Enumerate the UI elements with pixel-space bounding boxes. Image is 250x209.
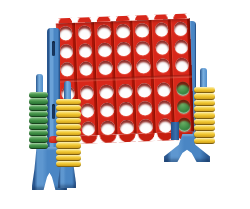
cell-r4c5[interactable]	[138, 83, 152, 97]
yellow-ring	[194, 93, 215, 99]
cell-r5c5[interactable]	[138, 101, 152, 115]
cell-r3c4[interactable]	[118, 60, 132, 74]
left-post-upper-slot	[52, 41, 56, 56]
green-ring	[29, 136, 48, 142]
cell-r1c1[interactable]	[59, 26, 73, 40]
cell-r6c4[interactable]	[120, 120, 134, 134]
cell-r2c4[interactable]	[117, 42, 131, 56]
cell-r4c2[interactable]	[80, 85, 94, 99]
cell-r5c3[interactable]	[100, 103, 114, 117]
yellow-ring	[56, 155, 81, 161]
cell-r3c7[interactable]	[175, 58, 189, 72]
cell-r1c5[interactable]	[135, 23, 149, 37]
cell-r3c3[interactable]	[98, 61, 112, 75]
cell-r1c4[interactable]	[116, 24, 130, 38]
green-ring-peg	[36, 74, 43, 94]
cell-r5c2[interactable]	[81, 103, 95, 117]
cell-r3c5[interactable]	[137, 59, 151, 73]
cell-r4c3[interactable]	[99, 85, 113, 99]
cell-r4c7-green-disc[interactable]	[176, 82, 190, 96]
yellow-ring	[56, 161, 81, 167]
cell-r2c5[interactable]	[136, 41, 150, 55]
yellow-ring	[194, 138, 215, 144]
cell-r2c3[interactable]	[98, 43, 112, 57]
cell-r3c1[interactable]	[60, 62, 74, 76]
right-leg-front-member	[171, 122, 179, 140]
cell-r4c6[interactable]	[157, 83, 171, 97]
left-yellow-ring-peg	[64, 81, 72, 101]
cell-r2c2[interactable]	[79, 43, 93, 57]
cell-r6c5[interactable]	[139, 119, 153, 133]
cell-r6c6[interactable]	[158, 118, 172, 132]
yellow-ring	[56, 142, 81, 148]
board-middle-seam	[58, 74, 192, 82]
green-ring-stack	[29, 92, 48, 149]
cell-r1c3[interactable]	[97, 25, 111, 39]
cell-r5c4[interactable]	[119, 102, 133, 116]
cell-r5c6[interactable]	[157, 101, 171, 115]
cell-r4c4[interactable]	[118, 84, 132, 98]
cell-r5c7-green-disc[interactable]	[177, 100, 191, 114]
cell-r1c6[interactable]	[154, 23, 168, 37]
cell-r2c1[interactable]	[59, 44, 73, 58]
cell-r2c7[interactable]	[174, 40, 188, 54]
green-ring	[29, 117, 48, 123]
cell-r2c6[interactable]	[155, 41, 169, 55]
yellow-ring	[56, 111, 81, 117]
yellow-ring	[56, 149, 81, 155]
right-yellow-ring-peg	[200, 68, 207, 88]
green-ring	[29, 98, 48, 104]
giant-connect-four-photo	[0, 0, 250, 209]
cell-r1c7[interactable]	[174, 22, 188, 36]
left-yellow-ring-stack	[56, 99, 81, 167]
yellow-ring	[194, 131, 215, 137]
yellow-ring	[56, 118, 81, 124]
cell-r3c6[interactable]	[156, 59, 170, 73]
left-post-lower-slot	[52, 104, 56, 119]
cell-r6c3[interactable]	[101, 121, 115, 135]
right-yellow-ring-stack	[194, 87, 215, 144]
green-ring	[29, 143, 48, 149]
cell-r6c2[interactable]	[82, 121, 96, 135]
cell-r6c7-green-disc[interactable]	[177, 118, 191, 132]
cell-r1c2[interactable]	[78, 26, 92, 40]
yellow-ring	[194, 112, 215, 118]
cell-r3c2[interactable]	[79, 61, 93, 75]
